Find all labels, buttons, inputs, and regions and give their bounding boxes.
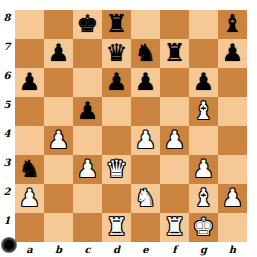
white-pawn[interactable]: ♟ [15,184,44,213]
rank-label-8: 8 [0,11,14,25]
square-e8[interactable] [131,10,160,39]
white-bishop[interactable]: ♝ [189,184,218,213]
square-e1[interactable] [131,213,160,242]
black-pawn[interactable]: ♟ [15,68,44,97]
black-pawn[interactable]: ♟ [131,68,160,97]
square-c4[interactable] [73,126,102,155]
square-g5[interactable]: ♝ [189,97,218,126]
file-label-e: e [131,243,160,256]
square-f4[interactable]: ♟ [160,126,189,155]
square-f1[interactable]: ♜ [160,213,189,242]
square-a1[interactable] [15,213,44,242]
square-h4[interactable] [218,126,247,155]
square-c5[interactable]: ♟ [73,97,102,126]
rank-label-6: 6 [0,69,14,83]
square-e3[interactable] [131,155,160,184]
square-a2[interactable]: ♟ [15,184,44,213]
white-pawn[interactable]: ♟ [218,184,247,213]
square-g2[interactable]: ♝ [189,184,218,213]
square-d1[interactable]: ♜ [102,213,131,242]
black-pawn[interactable]: ♟ [189,68,218,97]
square-c3[interactable]: ♟ [73,155,102,184]
file-label-b: b [44,243,73,256]
black-knight[interactable]: ♞ [131,39,160,68]
square-d3[interactable]: ♛ [102,155,131,184]
rank-label-3: 3 [0,156,14,170]
rank-label-2: 2 [0,185,14,199]
file-label-d: d [102,243,131,256]
square-c7[interactable] [73,39,102,68]
black-pawn[interactable]: ♟ [44,39,73,68]
square-g7[interactable] [189,39,218,68]
rank-label-1: 1 [0,214,14,228]
square-c1[interactable] [73,213,102,242]
white-king[interactable]: ♚ [189,213,218,242]
square-a8[interactable] [15,10,44,39]
square-g6[interactable]: ♟ [189,68,218,97]
white-rook[interactable]: ♜ [160,213,189,242]
square-h6[interactable] [218,68,247,97]
square-h5[interactable] [218,97,247,126]
square-d4[interactable] [102,126,131,155]
square-d6[interactable]: ♟ [102,68,131,97]
square-c2[interactable] [73,184,102,213]
black-rook[interactable]: ♜ [160,39,189,68]
square-e2[interactable]: ♞ [131,184,160,213]
square-c8[interactable]: ♚ [73,10,102,39]
white-pawn[interactable]: ♟ [73,155,102,184]
white-bishop[interactable]: ♝ [189,97,218,126]
square-f5[interactable] [160,97,189,126]
black-pawn[interactable]: ♟ [73,97,102,126]
white-pawn[interactable]: ♟ [44,126,73,155]
rank-label-5: 5 [0,98,14,112]
file-label-a: a [15,243,44,256]
square-f2[interactable] [160,184,189,213]
black-queen[interactable]: ♛ [102,39,131,68]
square-b4[interactable]: ♟ [44,126,73,155]
square-b8[interactable] [44,10,73,39]
square-b7[interactable]: ♟ [44,39,73,68]
square-b5[interactable] [44,97,73,126]
square-d2[interactable] [102,184,131,213]
square-h7[interactable]: ♟ [218,39,247,68]
square-g8[interactable] [189,10,218,39]
white-queen[interactable]: ♛ [102,155,131,184]
square-b2[interactable] [44,184,73,213]
white-knight[interactable]: ♞ [131,184,160,213]
square-b3[interactable] [44,155,73,184]
square-f8[interactable] [160,10,189,39]
file-label-h: h [218,243,247,256]
rank-label-4: 4 [0,127,14,141]
chess-board: ♚♜♝♟♛♞♜♟♟♟♟♟♟♝♟♟♟♞♟♛♟♟♞♝♟♜♜♚ [15,10,247,242]
black-knight[interactable]: ♞ [15,155,44,184]
square-d8[interactable]: ♜ [102,10,131,39]
square-f3[interactable] [160,155,189,184]
black-rook[interactable]: ♜ [102,10,131,39]
chess-diagram: ♚♜♝♟♛♞♜♟♟♟♟♟♟♝♟♟♟♞♟♛♟♟♞♝♟♜♜♚ 87654321 ab… [0,0,257,257]
square-b6[interactable] [44,68,73,97]
black-pawn[interactable]: ♟ [218,39,247,68]
square-a5[interactable] [15,97,44,126]
file-label-f: f [160,243,189,256]
white-rook[interactable]: ♜ [102,213,131,242]
square-g4[interactable] [189,126,218,155]
square-c6[interactable] [73,68,102,97]
square-d5[interactable] [102,97,131,126]
white-pawn[interactable]: ♟ [189,155,218,184]
black-pawn[interactable]: ♟ [102,68,131,97]
square-a7[interactable] [15,39,44,68]
square-a4[interactable] [15,126,44,155]
square-g1[interactable]: ♚ [189,213,218,242]
black-bishop[interactable]: ♝ [218,10,247,39]
square-e7[interactable]: ♞ [131,39,160,68]
file-label-c: c [73,243,102,256]
square-b1[interactable] [44,213,73,242]
square-f7[interactable]: ♜ [160,39,189,68]
black-king[interactable]: ♚ [73,10,102,39]
rank-label-7: 7 [0,40,14,54]
white-pawn[interactable]: ♟ [160,126,189,155]
square-f6[interactable] [160,68,189,97]
square-a3[interactable]: ♞ [15,155,44,184]
square-g3[interactable]: ♟ [189,155,218,184]
side-to-move-indicator [2,238,16,252]
square-h2[interactable]: ♟ [218,184,247,213]
square-e4[interactable]: ♟ [131,126,160,155]
square-a6[interactable]: ♟ [15,68,44,97]
square-d7[interactable]: ♛ [102,39,131,68]
file-label-g: g [189,243,218,256]
square-e5[interactable] [131,97,160,126]
white-pawn[interactable]: ♟ [131,126,160,155]
square-h1[interactable] [218,213,247,242]
square-h8[interactable]: ♝ [218,10,247,39]
square-e6[interactable]: ♟ [131,68,160,97]
square-h3[interactable] [218,155,247,184]
